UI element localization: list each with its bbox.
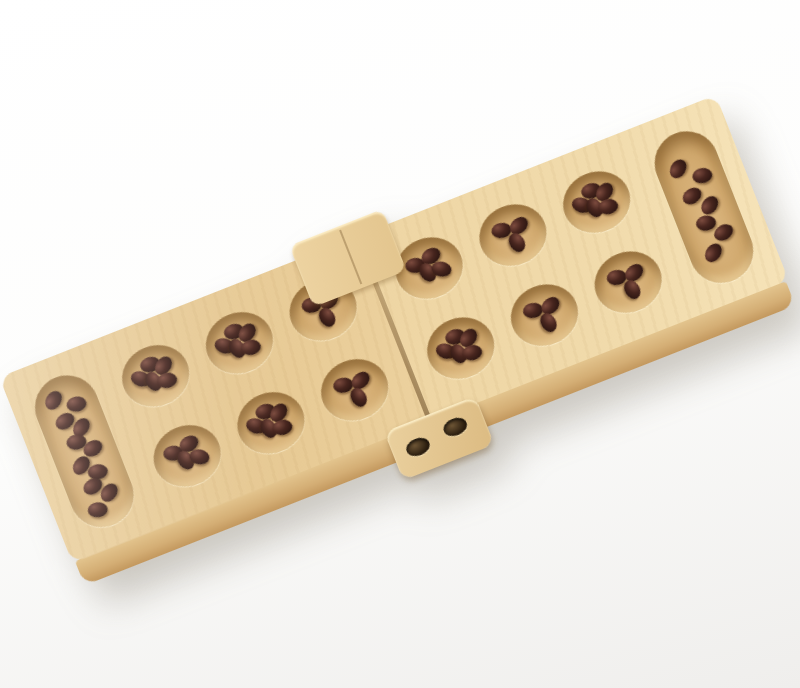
pit-right-front-3[interactable] — [586, 242, 671, 323]
pit-right-front-2[interactable] — [502, 275, 587, 356]
clasp-hole-right — [441, 415, 470, 440]
clasp-hole-left — [404, 435, 433, 460]
seed — [698, 193, 722, 218]
seed — [701, 240, 725, 265]
pit-right-back-2[interactable] — [470, 195, 555, 276]
seed — [695, 214, 717, 232]
mancala-board — [0, 95, 800, 593]
pit-left-front-1[interactable] — [145, 415, 230, 496]
seed — [691, 167, 713, 185]
pit-right-back-3[interactable] — [554, 162, 639, 243]
pit-left-front-3[interactable] — [312, 349, 397, 430]
seed — [666, 156, 690, 181]
seed — [87, 501, 109, 518]
store-right — [645, 122, 762, 292]
pit-left-back-1[interactable] — [113, 335, 198, 416]
product-photo-scene — [0, 0, 800, 688]
pit-left-back-2[interactable] — [197, 302, 282, 383]
seed — [65, 395, 87, 413]
pit-right-front-1[interactable] — [418, 308, 503, 389]
seed — [42, 388, 66, 413]
pit-left-front-2[interactable] — [228, 382, 313, 463]
